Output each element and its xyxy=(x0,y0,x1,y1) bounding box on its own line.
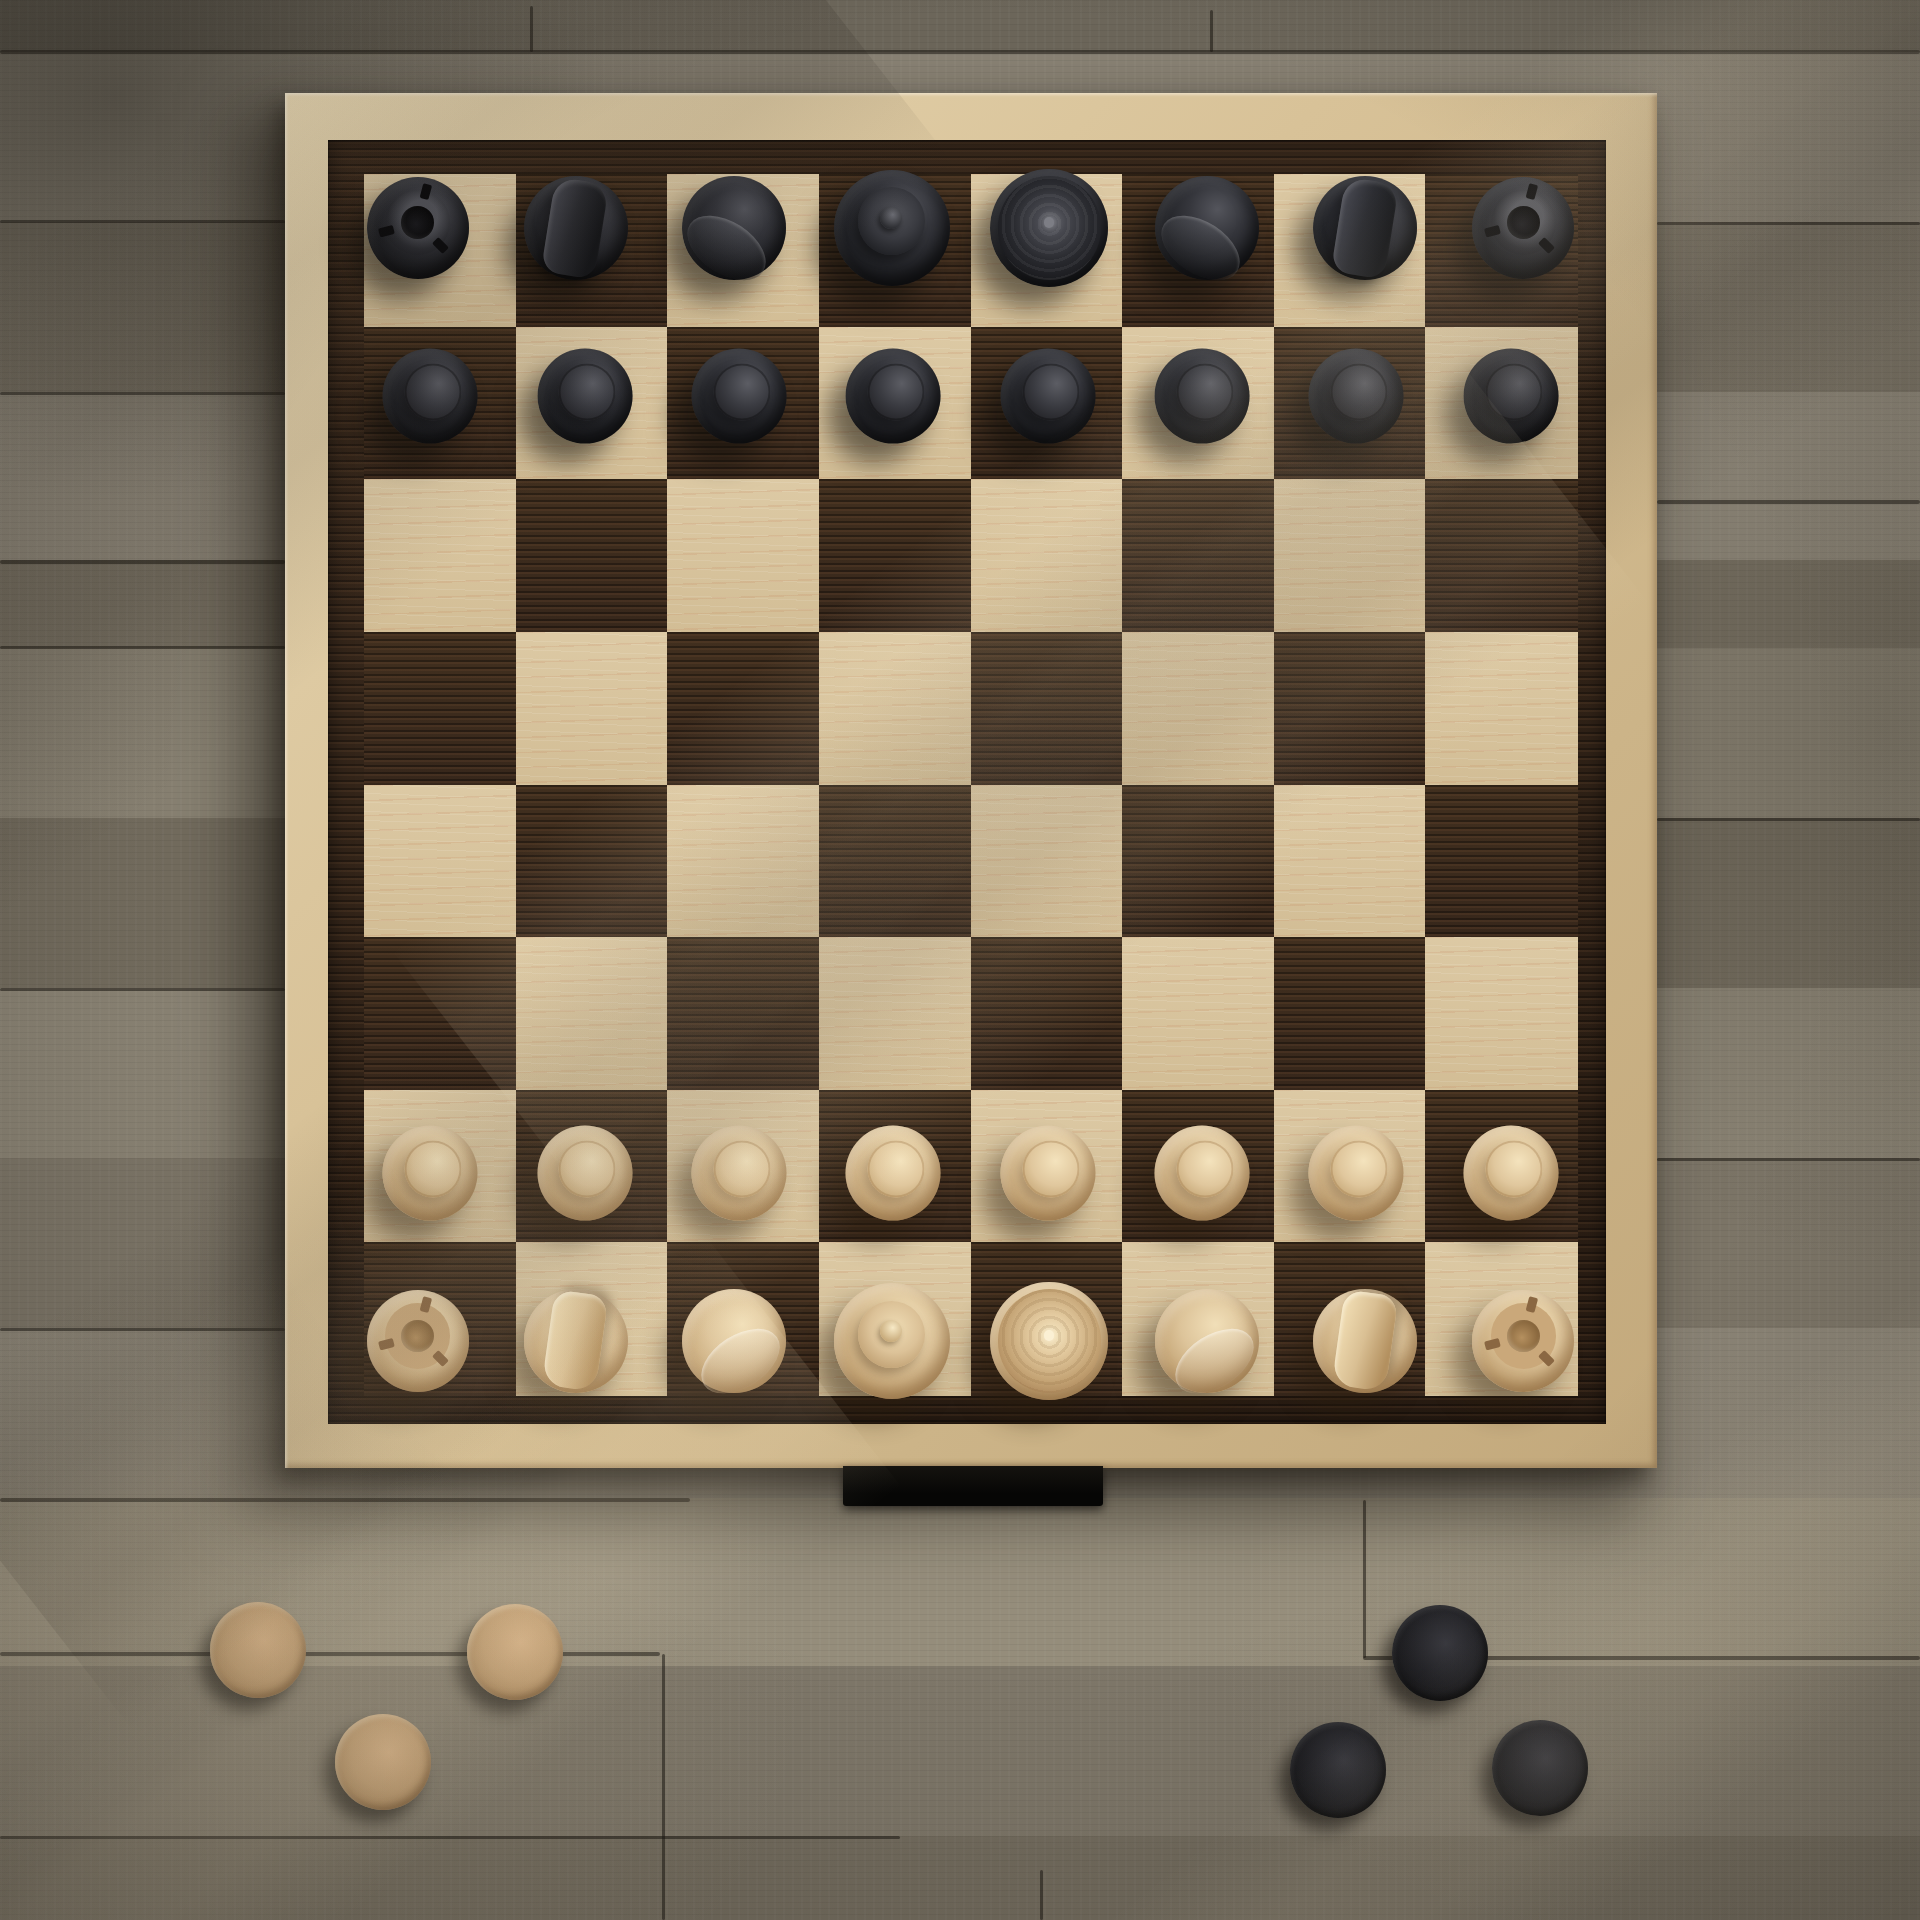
piece-cap xyxy=(868,364,925,421)
piece-h2-white-pawn[interactable]: ♙ xyxy=(1463,1125,1558,1220)
checker-light-3[interactable] xyxy=(335,1714,431,1810)
plank-seam xyxy=(0,50,1920,54)
piece-cap xyxy=(713,1141,770,1198)
plank-seam xyxy=(530,6,533,52)
piece-apex xyxy=(1044,217,1055,228)
piece-g8-black-knight[interactable]: ♞ xyxy=(1313,176,1417,280)
piece-e7-black-pawn[interactable]: ♟ xyxy=(1000,349,1095,444)
piece-a1-white-rook[interactable]: ♖ xyxy=(367,1290,469,1392)
plank-seam xyxy=(0,1328,285,1331)
piece-apex xyxy=(1044,1330,1055,1341)
piece-f1-white-bishop[interactable]: ♗ xyxy=(1155,1289,1259,1393)
plank-seam xyxy=(1657,500,1920,504)
plank-seam xyxy=(0,988,285,991)
piece-c2-white-pawn[interactable]: ♙ xyxy=(691,1125,786,1220)
piece-c1-white-bishop[interactable]: ♗ xyxy=(682,1289,786,1393)
plank-seam xyxy=(662,1654,665,1920)
chess-board: ♜♞♝♛♚♝♞♜♟♟♟♟♟♟♟♟♙♙♙♙♙♙♙♙♖♘♗♕♔♗♘♖ xyxy=(285,93,1657,1468)
piece-cap xyxy=(405,364,462,421)
piece-a7-black-pawn[interactable]: ♟ xyxy=(383,349,478,444)
piece-a8-black-rook[interactable]: ♜ xyxy=(367,177,469,279)
piece-h7-black-pawn[interactable]: ♟ xyxy=(1463,349,1558,444)
drawer-pull-notch[interactable] xyxy=(843,1466,1103,1506)
piece-d1-white-queen[interactable]: ♕ xyxy=(834,1283,950,1399)
plank-seam xyxy=(0,1836,900,1839)
plank-seam xyxy=(1363,1500,1366,1658)
piece-g1-white-knight[interactable]: ♘ xyxy=(1313,1289,1417,1393)
piece-cap xyxy=(1485,364,1542,421)
piece-b7-black-pawn[interactable]: ♟ xyxy=(537,349,632,444)
piece-g2-white-pawn[interactable]: ♙ xyxy=(1309,1125,1404,1220)
plank-seam xyxy=(0,220,285,223)
piece-e1-white-king[interactable]: ♔ xyxy=(990,1282,1108,1400)
plank-seam xyxy=(1657,1158,1920,1161)
piece-cap xyxy=(1485,1141,1542,1198)
piece-h1-white-rook[interactable]: ♖ xyxy=(1472,1290,1574,1392)
piece-cap xyxy=(713,364,770,421)
plank-seam xyxy=(0,1498,690,1502)
piece-c7-black-pawn[interactable]: ♟ xyxy=(691,349,786,444)
checker-light-2[interactable] xyxy=(467,1604,563,1700)
checker-dark-3[interactable] xyxy=(1492,1720,1588,1816)
scene: ♜♞♝♛♚♝♞♜♟♟♟♟♟♟♟♟♙♙♙♙♙♙♙♙♖♘♗♕♔♗♘♖ xyxy=(0,0,1920,1920)
piece-cap xyxy=(559,364,616,421)
piece-cone xyxy=(998,176,1102,280)
checker-dark-1[interactable] xyxy=(1392,1605,1488,1701)
piece-f7-black-pawn[interactable]: ♟ xyxy=(1155,349,1250,444)
piece-b2-white-pawn[interactable]: ♙ xyxy=(537,1125,632,1220)
piece-e8-black-king[interactable]: ♚ xyxy=(990,169,1108,287)
plank-seam xyxy=(1040,1870,1043,1920)
piece-cap xyxy=(1022,1141,1079,1198)
piece-cap xyxy=(405,1141,462,1198)
piece-cone xyxy=(998,1289,1102,1393)
piece-f8-black-bishop[interactable]: ♝ xyxy=(1155,176,1259,280)
chess-grid: ♜♞♝♛♚♝♞♜♟♟♟♟♟♟♟♟♙♙♙♙♙♙♙♙♖♘♗♕♔♗♘♖ xyxy=(364,174,1577,1395)
piece-b1-white-knight[interactable]: ♘ xyxy=(524,1289,628,1393)
piece-b8-black-knight[interactable]: ♞ xyxy=(524,176,628,280)
plank-seam xyxy=(1657,222,1920,225)
piece-d7-black-pawn[interactable]: ♟ xyxy=(846,349,941,444)
piece-cap xyxy=(1176,364,1233,421)
plank-seam xyxy=(0,560,285,564)
checker-dark-2[interactable] xyxy=(1290,1722,1386,1818)
piece-cap xyxy=(1022,364,1079,421)
piece-f2-white-pawn[interactable]: ♙ xyxy=(1155,1125,1250,1220)
piece-h8-black-rook[interactable]: ♜ xyxy=(1472,177,1574,279)
piece-g7-black-pawn[interactable]: ♟ xyxy=(1309,349,1404,444)
piece-d8-black-queen[interactable]: ♛ xyxy=(834,170,950,286)
plank-seam xyxy=(0,646,285,649)
piece-cap xyxy=(559,1141,616,1198)
plank-seam xyxy=(1210,10,1213,52)
piece-d2-white-pawn[interactable]: ♙ xyxy=(846,1125,941,1220)
pieces-layer: ♜♞♝♛♚♝♞♜♟♟♟♟♟♟♟♟♙♙♙♙♙♙♙♙♖♘♗♕♔♗♘♖ xyxy=(364,174,1577,1395)
piece-a2-white-pawn[interactable]: ♙ xyxy=(383,1125,478,1220)
plank-seam xyxy=(0,392,285,395)
piece-e2-white-pawn[interactable]: ♙ xyxy=(1000,1125,1095,1220)
piece-c8-black-bishop[interactable]: ♝ xyxy=(682,176,786,280)
piece-cap xyxy=(868,1141,925,1198)
piece-cap xyxy=(1331,1141,1388,1198)
piece-cap xyxy=(1331,364,1388,421)
piece-cap xyxy=(1176,1141,1233,1198)
plank-seam xyxy=(1657,818,1920,821)
checker-light-1[interactable] xyxy=(210,1602,306,1698)
